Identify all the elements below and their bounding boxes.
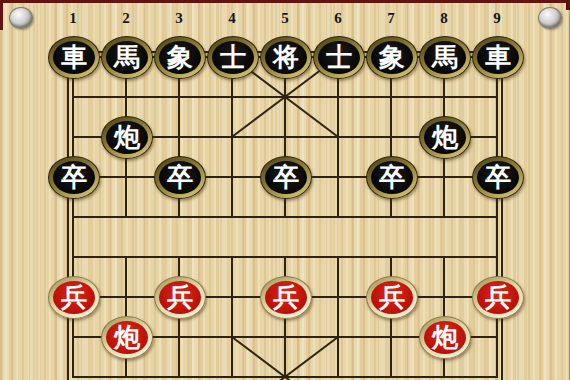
file-label-4: 4 — [222, 9, 242, 27]
piece-face: 車 — [477, 41, 519, 74]
piece-character: 車 — [61, 45, 87, 71]
file-label-5: 5 — [275, 9, 295, 27]
piece-face: 象 — [159, 41, 201, 74]
black-chariot[interactable]: 車 — [48, 36, 100, 79]
piece-face: 兵 — [371, 281, 413, 314]
piece-face: 卒 — [477, 161, 519, 194]
piece-character: 炮 — [114, 125, 140, 151]
grid-line — [67, 51, 69, 380]
piece-character: 兵 — [167, 285, 193, 311]
grid-line — [337, 256, 339, 378]
piece-face: 車 — [53, 41, 95, 74]
piece-face: 象 — [371, 41, 413, 74]
black-cannon[interactable]: 炮 — [101, 116, 153, 159]
piece-face: 卒 — [265, 161, 307, 194]
black-advisor[interactable]: 士 — [313, 36, 365, 79]
black-soldier[interactable]: 卒 — [472, 156, 524, 199]
black-elephant[interactable]: 象 — [366, 36, 418, 79]
piece-character: 兵 — [485, 285, 511, 311]
piece-face: 兵 — [477, 281, 519, 314]
piece-face: 炮 — [106, 121, 148, 154]
xiangqi-board: 123456789 — [0, 0, 570, 380]
piece-face: 炮 — [424, 321, 466, 354]
red-soldier[interactable]: 兵 — [260, 276, 312, 319]
piece-character: 馬 — [114, 45, 140, 71]
piece-face: 兵 — [53, 281, 95, 314]
grid-line — [501, 51, 503, 380]
piece-character: 士 — [326, 45, 352, 71]
piece-face: 卒 — [159, 161, 201, 194]
file-label-1: 1 — [63, 9, 83, 27]
piece-face: 兵 — [159, 281, 201, 314]
piece-character: 卒 — [167, 165, 193, 191]
piece-face: 馬 — [106, 41, 148, 74]
grid-line — [231, 256, 233, 378]
file-label-3: 3 — [169, 9, 189, 27]
piece-face: 炮 — [424, 121, 466, 154]
piece-character: 士 — [220, 45, 246, 71]
piece-face: 馬 — [424, 41, 466, 74]
black-horse[interactable]: 馬 — [101, 36, 153, 79]
red-soldier[interactable]: 兵 — [472, 276, 524, 319]
corner-pin-left-icon — [9, 7, 33, 29]
piece-character: 馬 — [432, 45, 458, 71]
piece-character: 象 — [167, 45, 193, 71]
red-soldier[interactable]: 兵 — [48, 276, 100, 319]
black-chariot[interactable]: 車 — [472, 36, 524, 79]
piece-character: 卒 — [61, 165, 87, 191]
grid-line — [496, 56, 498, 378]
piece-face: 士 — [318, 41, 360, 74]
red-soldier[interactable]: 兵 — [154, 276, 206, 319]
board-edge-left — [0, 0, 3, 30]
piece-face: 将 — [265, 41, 307, 74]
piece-face: 炮 — [106, 321, 148, 354]
file-label-7: 7 — [381, 9, 401, 27]
black-horse[interactable]: 馬 — [419, 36, 471, 79]
black-elephant[interactable]: 象 — [154, 36, 206, 79]
piece-character: 炮 — [114, 325, 140, 351]
piece-character: 炮 — [432, 325, 458, 351]
piece-character: 卒 — [485, 165, 511, 191]
board-edge-top — [0, 0, 570, 3]
file-label-9: 9 — [487, 9, 507, 27]
piece-character: 兵 — [379, 285, 405, 311]
piece-face: 卒 — [53, 161, 95, 194]
black-general[interactable]: 将 — [260, 36, 312, 79]
black-soldier[interactable]: 卒 — [366, 156, 418, 199]
black-soldier[interactable]: 卒 — [48, 156, 100, 199]
black-soldier[interactable]: 卒 — [154, 156, 206, 199]
piece-character: 将 — [273, 45, 299, 71]
piece-face: 兵 — [265, 281, 307, 314]
black-soldier[interactable]: 卒 — [260, 156, 312, 199]
piece-character: 兵 — [273, 285, 299, 311]
piece-character: 兵 — [61, 285, 87, 311]
piece-face: 士 — [212, 41, 254, 74]
piece-face: 卒 — [371, 161, 413, 194]
corner-pin-right-icon — [538, 7, 562, 29]
piece-character: 象 — [379, 45, 405, 71]
piece-character: 車 — [485, 45, 511, 71]
red-cannon[interactable]: 炮 — [419, 316, 471, 359]
piece-character: 卒 — [273, 165, 299, 191]
grid-line — [72, 56, 74, 378]
black-cannon[interactable]: 炮 — [419, 116, 471, 159]
file-label-2: 2 — [116, 9, 136, 27]
piece-character: 卒 — [379, 165, 405, 191]
red-cannon[interactable]: 炮 — [101, 316, 153, 359]
black-advisor[interactable]: 士 — [207, 36, 259, 79]
file-label-6: 6 — [328, 9, 348, 27]
file-label-8: 8 — [434, 9, 454, 27]
red-soldier[interactable]: 兵 — [366, 276, 418, 319]
piece-character: 炮 — [432, 125, 458, 151]
